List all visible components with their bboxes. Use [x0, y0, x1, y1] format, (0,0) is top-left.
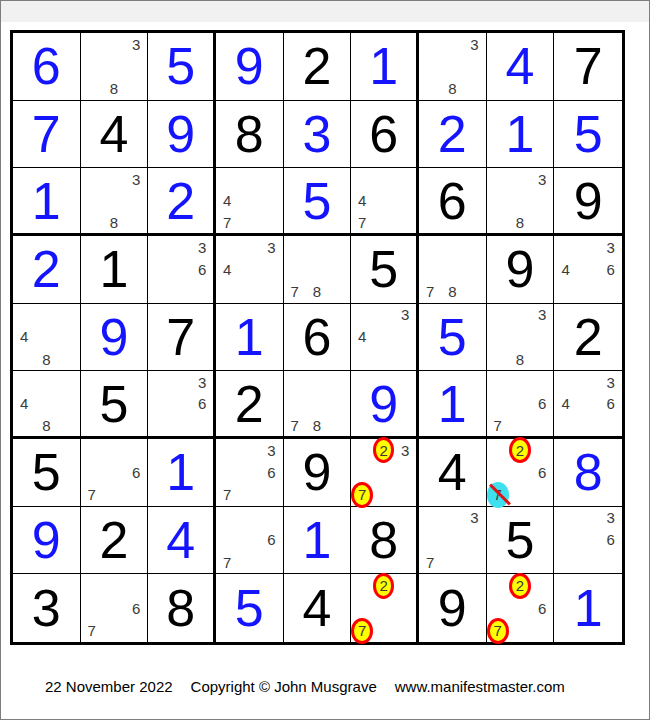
pencil-mark-7: 7 — [487, 619, 509, 642]
digit: 9 — [303, 446, 332, 498]
pencil-mark-3: 3 — [599, 507, 622, 529]
cell-r2c6[interactable]: 6 — [351, 101, 419, 169]
digit: 1 — [235, 311, 264, 363]
highlight-circle: 7 — [351, 482, 373, 508]
footer-date: 22 November 2022 — [45, 677, 173, 697]
digit: 9 — [369, 378, 398, 430]
digit: 2 — [574, 311, 603, 363]
cell-r1c9[interactable]: 7 — [554, 33, 622, 101]
cell-r8c9[interactable]: 36 — [554, 507, 622, 575]
digit: 8 — [166, 582, 195, 634]
pencil-mark-7: 7 — [81, 619, 103, 642]
digit: 9 — [100, 311, 129, 363]
top-strip — [1, 1, 649, 22]
digit: 6 — [32, 40, 61, 92]
pencil-mark-7: 7 — [284, 414, 306, 436]
pencil-mark-7: 7 — [419, 551, 441, 573]
pencil-mark-4: 4 — [216, 190, 238, 212]
cell-r7c4[interactable]: 367 — [216, 439, 284, 507]
highlight-circle: 2 — [373, 573, 395, 599]
cell-r4c5[interactable]: 78 — [284, 236, 352, 304]
page: 6385921384774983621513824754763892136347… — [0, 0, 650, 720]
pencil-mark-8: 8 — [35, 414, 57, 436]
pencil-mark-8: 8 — [509, 211, 531, 233]
cell-r5c7[interactable]: 5 — [419, 304, 487, 372]
pencil-mark-3: 3 — [463, 33, 485, 55]
pencil-mark-4: 4 — [351, 190, 373, 212]
pencil-mark-2: 2 — [373, 439, 395, 461]
digit: 2 — [303, 40, 332, 92]
cell-r5c8[interactable]: 38 — [487, 304, 555, 372]
cell-r8c2[interactable]: 2 — [81, 507, 149, 575]
footer: 22 November 2022 Copyright © John Musgra… — [45, 677, 565, 697]
cell-r1c1[interactable]: 6 — [13, 33, 81, 101]
footer-copyright: Copyright © John Musgrave — [191, 677, 377, 697]
elimination-circle: 7 — [487, 482, 509, 508]
pencil-mark-4: 4 — [554, 258, 577, 280]
digit: 9 — [574, 175, 603, 227]
cell-r8c1[interactable]: 9 — [13, 507, 81, 575]
cell-r3c6[interactable]: 47 — [351, 168, 419, 236]
cell-r3c7[interactable]: 6 — [419, 168, 487, 236]
pencil-mark-3: 3 — [463, 507, 485, 529]
pencil-mark-8: 8 — [441, 280, 463, 302]
pencil-mark-3: 3 — [191, 236, 213, 258]
pencil-mark-3: 3 — [125, 168, 147, 190]
digit: 4 — [100, 108, 129, 160]
pencil-mark-7: 7 — [419, 280, 441, 302]
cell-r4c8[interactable]: 9 — [487, 236, 555, 304]
digit: 9 — [235, 40, 264, 92]
digit: 2 — [235, 378, 264, 430]
pencil-mark-8: 8 — [441, 77, 463, 99]
pencil-mark-6: 6 — [531, 597, 553, 620]
cell-r4c6[interactable]: 5 — [351, 236, 419, 304]
pencil-mark-7: 7 — [351, 619, 373, 642]
pencil-mark-8: 8 — [306, 280, 328, 302]
pencil-mark-3: 3 — [191, 371, 213, 393]
cell-r9c7[interactable]: 9 — [419, 574, 487, 642]
pencil-mark-6: 6 — [125, 461, 147, 483]
cell-r3c2[interactable]: 38 — [81, 168, 149, 236]
cell-r7c7[interactable]: 4 — [419, 439, 487, 507]
pencil-mark-6: 6 — [260, 461, 282, 483]
cell-r4c2[interactable]: 1 — [81, 236, 149, 304]
cell-r9c9[interactable]: 1 — [554, 574, 622, 642]
cell-r2c8[interactable]: 1 — [487, 101, 555, 169]
cell-r9c6[interactable]: 27 — [351, 574, 419, 642]
digit: 5 — [574, 108, 603, 160]
digit: 7 — [166, 311, 195, 363]
cell-r5c1[interactable]: 48 — [13, 304, 81, 372]
cell-r4c9[interactable]: 346 — [554, 236, 622, 304]
digit: 5 — [166, 40, 195, 92]
cell-r4c1[interactable]: 2 — [13, 236, 81, 304]
pencil-mark-8: 8 — [103, 77, 125, 99]
pencil-mark-6: 6 — [531, 393, 553, 415]
cell-r6c1[interactable]: 48 — [13, 371, 81, 439]
cell-r1c4[interactable]: 9 — [216, 33, 284, 101]
cell-r1c2[interactable]: 38 — [81, 33, 149, 101]
digit: 1 — [303, 514, 332, 566]
pencil-mark-3: 3 — [531, 304, 553, 326]
cell-r2c2[interactable]: 4 — [81, 101, 149, 169]
pencil-mark-6: 6 — [599, 258, 622, 280]
cell-r6c2[interactable]: 5 — [81, 371, 149, 439]
cell-r8c5[interactable]: 1 — [284, 507, 352, 575]
cell-r7c9[interactable]: 8 — [554, 439, 622, 507]
cell-r7c6[interactable]: 237 — [351, 439, 419, 507]
pencil-mark-3: 3 — [394, 304, 416, 326]
cell-r2c9[interactable]: 5 — [554, 101, 622, 169]
pencil-mark-6: 6 — [260, 529, 282, 551]
cell-r4c7[interactable]: 78 — [419, 236, 487, 304]
pencil-mark-3: 3 — [599, 236, 622, 258]
cell-r6c7[interactable]: 1 — [419, 371, 487, 439]
pencil-mark-8: 8 — [103, 211, 125, 233]
digit: 6 — [438, 175, 467, 227]
pencil-mark-6: 6 — [531, 461, 553, 483]
digit: 5 — [303, 175, 332, 227]
pencil-mark-6: 6 — [191, 258, 213, 280]
cell-r7c1[interactable]: 5 — [13, 439, 81, 507]
digit: 5 — [100, 378, 129, 430]
digit: 1 — [100, 243, 129, 295]
pencil-mark-7: 7 — [351, 211, 373, 233]
cell-r3c1[interactable]: 1 — [13, 168, 81, 236]
digit: 2 — [100, 514, 129, 566]
cell-r5c4[interactable]: 1 — [216, 304, 284, 372]
cell-r9c4[interactable]: 5 — [216, 574, 284, 642]
digit: 9 — [506, 243, 535, 295]
cell-r2c7[interactable]: 2 — [419, 101, 487, 169]
pencil-mark-3: 3 — [531, 168, 553, 190]
cell-r1c6[interactable]: 1 — [351, 33, 419, 101]
digit: 8 — [369, 514, 398, 566]
digit: 1 — [32, 175, 61, 227]
pencil-mark-6: 6 — [599, 529, 622, 551]
digit: 5 — [32, 446, 61, 498]
cell-r3c8[interactable]: 38 — [487, 168, 555, 236]
pencil-mark-4: 4 — [554, 393, 577, 415]
cell-r2c1[interactable]: 7 — [13, 101, 81, 169]
pencil-mark-7: 7 — [81, 483, 103, 505]
cell-r7c3[interactable]: 1 — [148, 439, 216, 507]
digit: 5 — [235, 582, 264, 634]
highlight-circle: 2 — [509, 573, 531, 599]
pencil-mark-4: 4 — [216, 258, 238, 280]
cell-r3c5[interactable]: 5 — [284, 168, 352, 236]
pencil-mark-6: 6 — [191, 393, 213, 415]
cell-r6c9[interactable]: 346 — [554, 371, 622, 439]
digit: 3 — [303, 108, 332, 160]
highlight-circle: 7 — [351, 618, 373, 644]
digit: 1 — [369, 40, 398, 92]
cell-r8c8[interactable]: 5 — [487, 507, 555, 575]
cell-r1c7[interactable]: 38 — [419, 33, 487, 101]
pencil-mark-4: 4 — [13, 326, 35, 348]
cell-r6c6[interactable]: 9 — [351, 371, 419, 439]
digit: 9 — [32, 514, 61, 566]
cell-r1c8[interactable]: 4 — [487, 33, 555, 101]
highlight-circle: 2 — [373, 437, 395, 463]
digit: 1 — [166, 446, 195, 498]
pencil-mark-7: 7 — [487, 483, 509, 505]
digit: 8 — [574, 446, 603, 498]
digit: 4 — [166, 514, 195, 566]
cell-r3c9[interactable]: 9 — [554, 168, 622, 236]
digit: 2 — [166, 175, 195, 227]
pencil-mark-3: 3 — [599, 371, 622, 393]
cell-r5c2[interactable]: 9 — [81, 304, 149, 372]
digit: 4 — [506, 40, 535, 92]
cell-r8c3[interactable]: 4 — [148, 507, 216, 575]
cell-r7c8[interactable]: 267 — [487, 439, 555, 507]
pencil-mark-2: 2 — [509, 574, 531, 597]
digit: 7 — [32, 108, 61, 160]
cell-r4c3[interactable]: 36 — [148, 236, 216, 304]
cell-r1c5[interactable]: 2 — [284, 33, 352, 101]
cell-r9c2[interactable]: 67 — [81, 574, 149, 642]
pencil-mark-2: 2 — [509, 439, 531, 461]
digit: 1 — [506, 108, 535, 160]
digit: 9 — [438, 582, 467, 634]
footer-url: www.manifestmaster.com — [395, 677, 565, 697]
cell-r5c5[interactable]: 6 — [284, 304, 352, 372]
pencil-mark-8: 8 — [306, 414, 328, 436]
cell-r9c8[interactable]: 267 — [487, 574, 555, 642]
pencil-mark-7: 7 — [216, 551, 238, 573]
highlight-circle: 7 — [487, 618, 509, 644]
pencil-mark-6: 6 — [599, 393, 622, 415]
cell-r8c4[interactable]: 67 — [216, 507, 284, 575]
cell-r2c4[interactable]: 8 — [216, 101, 284, 169]
cell-r8c6[interactable]: 8 — [351, 507, 419, 575]
cell-r7c5[interactable]: 9 — [284, 439, 352, 507]
pencil-mark-3: 3 — [125, 33, 147, 55]
cell-r4c4[interactable]: 34 — [216, 236, 284, 304]
pencil-mark-4: 4 — [351, 326, 373, 348]
cell-r9c3[interactable]: 8 — [148, 574, 216, 642]
cell-r8c7[interactable]: 37 — [419, 507, 487, 575]
cell-r3c3[interactable]: 2 — [148, 168, 216, 236]
digit: 3 — [32, 582, 61, 634]
digit: 6 — [369, 108, 398, 160]
cell-r5c6[interactable]: 34 — [351, 304, 419, 372]
cell-r6c8[interactable]: 67 — [487, 371, 555, 439]
pencil-mark-7: 7 — [351, 483, 373, 505]
digit: 5 — [506, 514, 535, 566]
digit: 1 — [574, 582, 603, 634]
digit: 1 — [438, 378, 467, 430]
digit: 6 — [303, 311, 332, 363]
pencil-mark-4: 4 — [13, 393, 35, 415]
pencil-mark-8: 8 — [35, 348, 57, 370]
cell-r5c3[interactable]: 7 — [148, 304, 216, 372]
pencil-mark-7: 7 — [487, 414, 509, 436]
digit: 2 — [32, 243, 61, 295]
pencil-mark-3: 3 — [394, 439, 416, 461]
digit: 9 — [166, 108, 195, 160]
cell-r6c3[interactable]: 36 — [148, 371, 216, 439]
digit: 4 — [303, 582, 332, 634]
pencil-mark-6: 6 — [125, 597, 147, 620]
pencil-mark-7: 7 — [216, 211, 238, 233]
digit: 4 — [438, 446, 467, 498]
sudoku-board: 6385921384774983621513824754763892136347… — [10, 30, 625, 645]
cell-r2c5[interactable]: 3 — [284, 101, 352, 169]
cell-r3c4[interactable]: 47 — [216, 168, 284, 236]
pencil-mark-7: 7 — [216, 483, 238, 505]
digit: 8 — [235, 108, 264, 160]
pencil-mark-7: 7 — [284, 280, 306, 302]
cell-r6c5[interactable]: 78 — [284, 371, 352, 439]
digit: 5 — [438, 311, 467, 363]
pencil-mark-8: 8 — [509, 348, 531, 370]
pencil-mark-2: 2 — [373, 574, 395, 597]
pencil-mark-3: 3 — [260, 236, 282, 258]
cell-r6c4[interactable]: 2 — [216, 371, 284, 439]
digit: 7 — [574, 40, 603, 92]
digit: 5 — [369, 243, 398, 295]
cell-r9c1[interactable]: 3 — [13, 574, 81, 642]
digit: 2 — [438, 108, 467, 160]
cell-r9c5[interactable]: 4 — [284, 574, 352, 642]
cell-r7c2[interactable]: 67 — [81, 439, 149, 507]
cell-r1c3[interactable]: 5 — [148, 33, 216, 101]
cell-r2c3[interactable]: 9 — [148, 101, 216, 169]
cell-r5c9[interactable]: 2 — [554, 304, 622, 372]
highlight-circle: 2 — [509, 437, 531, 463]
pencil-mark-3: 3 — [260, 439, 282, 461]
